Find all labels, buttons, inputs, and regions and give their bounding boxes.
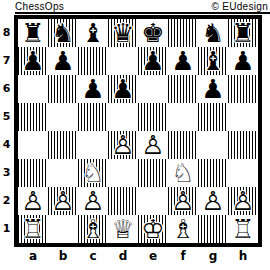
square-h4[interactable] [228,131,258,159]
square-e4[interactable]: ♟♙ [138,131,168,159]
rank-labels: 87654321 [0,19,13,243]
square-b4[interactable] [48,131,78,159]
piece-halo: ♟ [168,47,198,75]
square-h8[interactable]: ♜♜ [228,19,258,47]
rank-label-4: 4 [0,131,13,159]
piece-black-knight[interactable]: ♞ [198,19,228,47]
square-e8[interactable]: ♚♚ [138,19,168,47]
file-label-e: e [138,249,168,263]
piece-halo: ♟ [78,75,108,103]
square-e5[interactable] [138,103,168,131]
piece-halo: ♟ [198,187,228,215]
piece-white-bishop[interactable]: ♗ [168,215,198,243]
square-c3[interactable]: ♞♘ [78,159,108,187]
piece-black-pawn[interactable]: ♟ [108,75,138,103]
piece-halo: ♞ [48,19,78,47]
file-label-g: g [198,249,228,263]
square-a8[interactable]: ♜♜ [18,19,48,47]
square-b2[interactable]: ♟♙ [48,187,78,215]
piece-halo: ♟ [108,131,138,159]
square-f8[interactable] [168,19,198,47]
piece-halo: ♝ [198,47,228,75]
piece-halo: ♜ [228,215,258,243]
square-c1[interactable]: ♝♗ [78,215,108,243]
square-b5[interactable] [48,103,78,131]
piece-white-rook[interactable]: ♖ [228,215,258,243]
square-d5[interactable] [108,103,138,131]
square-c7[interactable] [78,47,108,75]
square-f2[interactable]: ♟♙ [168,187,198,215]
square-c8[interactable]: ♝♝ [78,19,108,47]
square-e1[interactable]: ♚♔ [138,215,168,243]
piece-halo: ♟ [48,187,78,215]
piece-white-pawn[interactable]: ♙ [18,187,48,215]
square-b1[interactable] [48,215,78,243]
piece-white-pawn[interactable]: ♙ [48,187,78,215]
piece-halo: ♟ [138,131,168,159]
square-g4[interactable] [198,131,228,159]
piece-halo: ♝ [78,19,108,47]
file-label-h: h [228,249,258,263]
square-d8[interactable]: ♛♛ [108,19,138,47]
square-a7[interactable]: ♟♟ [18,47,48,75]
piece-halo: ♟ [168,187,198,215]
square-e2[interactable] [138,187,168,215]
piece-halo: ♜ [18,19,48,47]
square-d3[interactable] [108,159,138,187]
square-a1[interactable]: ♜♖ [18,215,48,243]
piece-black-queen[interactable]: ♛ [108,19,138,47]
piece-halo: ♝ [168,215,198,243]
piece-halo: ♟ [228,47,258,75]
square-h1[interactable]: ♜♖ [228,215,258,243]
piece-black-rook[interactable]: ♜ [18,19,48,47]
piece-halo: ♞ [78,159,108,187]
piece-white-pawn[interactable]: ♙ [78,187,108,215]
piece-black-pawn[interactable]: ♟ [228,47,258,75]
piece-halo: ♟ [48,47,78,75]
square-b3[interactable] [48,159,78,187]
file-labels: abcdefgh [18,249,270,263]
piece-black-pawn[interactable]: ♟ [168,47,198,75]
piece-white-king[interactable]: ♔ [138,215,168,243]
square-b6[interactable] [48,75,78,103]
piece-halo: ♚ [138,215,168,243]
piece-black-bishop[interactable]: ♝ [198,47,228,75]
piece-black-pawn[interactable]: ♟ [48,47,78,75]
square-g1[interactable] [198,215,228,243]
rank-label-3: 3 [0,159,13,187]
square-f5[interactable] [168,103,198,131]
piece-white-knight[interactable]: ♘ [78,159,108,187]
piece-black-pawn[interactable]: ♟ [78,75,108,103]
piece-black-rook[interactable]: ♜ [228,19,258,47]
square-b7[interactable]: ♟♟ [48,47,78,75]
square-a6[interactable] [18,75,48,103]
piece-halo: ♟ [18,187,48,215]
square-h6[interactable] [228,75,258,103]
piece-halo: ♟ [138,47,168,75]
piece-halo: ♟ [78,187,108,215]
piece-white-pawn[interactable]: ♙ [138,131,168,159]
square-g2[interactable]: ♟♙ [198,187,228,215]
piece-black-pawn[interactable]: ♟ [198,75,228,103]
square-h3[interactable] [228,159,258,187]
square-c2[interactable]: ♟♙ [78,187,108,215]
piece-halo: ♜ [228,19,258,47]
piece-halo: ♞ [168,159,198,187]
square-f3[interactable]: ♞♘ [168,159,198,187]
rank-label-7: 7 [0,47,13,75]
square-h2[interactable]: ♟♙ [228,187,258,215]
square-d7[interactable] [108,47,138,75]
square-g5[interactable] [198,103,228,131]
board-area: 87654321 ♜♜♞♞♝♝♛♛♚♚♞♞♜♜♟♟♟♟♟♟♟♟♝♝♟♟♟♟♟♟♟… [16,17,260,245]
rank-label-6: 6 [0,75,13,103]
square-e6[interactable] [138,75,168,103]
piece-halo: ♟ [228,187,258,215]
piece-halo: ♝ [78,215,108,243]
square-h7[interactable]: ♟♟ [228,47,258,75]
square-f7[interactable]: ♟♟ [168,47,198,75]
square-g6[interactable]: ♟♟ [198,75,228,103]
square-d4[interactable]: ♟♙ [108,131,138,159]
app-title: ChessOps [15,1,64,12]
square-f6[interactable] [168,75,198,103]
rank-label-2: 2 [0,187,13,215]
square-d6[interactable]: ♟♟ [108,75,138,103]
piece-black-knight[interactable]: ♞ [48,19,78,47]
rank-label-8: 8 [0,19,13,47]
square-d2[interactable] [108,187,138,215]
piece-halo: ♚ [138,19,168,47]
piece-black-bishop[interactable]: ♝ [78,19,108,47]
piece-white-queen[interactable]: ♕ [108,215,138,243]
piece-halo: ♛ [108,19,138,47]
credit-text: © EUdesign [211,1,268,12]
piece-halo: ♞ [198,19,228,47]
rank-label-1: 1 [0,215,13,243]
piece-white-bishop[interactable]: ♗ [78,215,108,243]
piece-white-pawn[interactable]: ♙ [108,131,138,159]
square-g3[interactable] [198,159,228,187]
square-f4[interactable] [168,131,198,159]
square-a2[interactable]: ♟♙ [18,187,48,215]
piece-black-pawn[interactable]: ♟ [18,47,48,75]
piece-black-pawn[interactable]: ♟ [138,47,168,75]
file-label-c: c [78,249,108,263]
square-c6[interactable]: ♟♟ [78,75,108,103]
piece-black-king[interactable]: ♚ [138,19,168,47]
piece-halo: ♜ [18,215,48,243]
square-f1[interactable]: ♝♗ [168,215,198,243]
file-label-b: b [48,249,78,263]
square-a3[interactable] [18,159,48,187]
piece-white-knight[interactable]: ♘ [168,159,198,187]
square-e3[interactable] [138,159,168,187]
square-b8[interactable]: ♞♞ [48,19,78,47]
square-c4[interactable] [78,131,108,159]
chess-board: ♜♜♞♞♝♝♛♛♚♚♞♞♜♜♟♟♟♟♟♟♟♟♝♝♟♟♟♟♟♟♟♟♟♙♟♙♞♘♞♘… [16,17,260,245]
square-a5[interactable] [18,103,48,131]
rank-label-5: 5 [0,103,13,131]
piece-halo: ♟ [198,75,228,103]
piece-white-pawn[interactable]: ♙ [198,187,228,215]
square-e7[interactable]: ♟♟ [138,47,168,75]
square-c5[interactable] [78,103,108,131]
square-a4[interactable] [18,131,48,159]
piece-white-pawn[interactable]: ♙ [228,187,258,215]
header: ChessOps © EUdesign [15,0,270,14]
piece-white-rook[interactable]: ♖ [18,215,48,243]
piece-halo: ♟ [18,47,48,75]
piece-halo: ♛ [108,215,138,243]
file-label-a: a [18,249,48,263]
square-g7[interactable]: ♝♝ [198,47,228,75]
square-h5[interactable] [228,103,258,131]
file-label-f: f [168,249,198,263]
square-d1[interactable]: ♛♕ [108,215,138,243]
piece-white-pawn[interactable]: ♙ [168,187,198,215]
file-label-d: d [108,249,138,263]
piece-halo: ♟ [108,75,138,103]
square-g8[interactable]: ♞♞ [198,19,228,47]
